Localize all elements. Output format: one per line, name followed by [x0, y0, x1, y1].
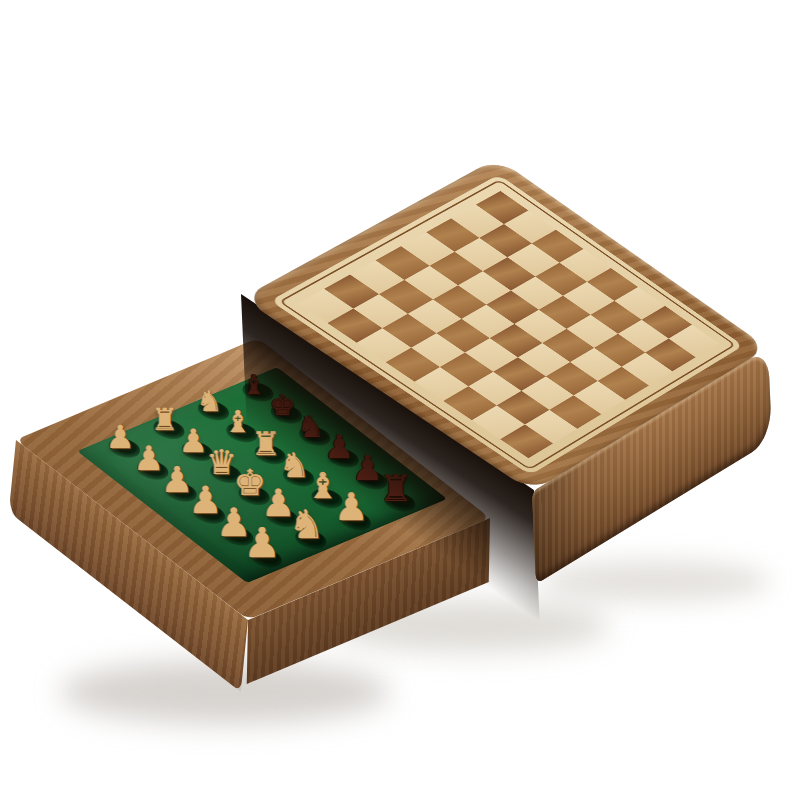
light-queen-piece: ♛	[206, 445, 237, 479]
light-pawn-piece: ♟	[244, 522, 281, 563]
ground-shadow	[540, 560, 770, 602]
light-pawn-piece: ♟	[134, 442, 164, 476]
light-pawn-piece: ♟	[106, 422, 135, 454]
product-photo-wooden-chess-drawer-box: ♝♚♞♟♟♜♞♝♜♞♝♟♜♟♛♚♟♞♟♟♟♟♟♟	[0, 0, 800, 800]
light-knight-piece: ♞	[289, 505, 325, 545]
light-knight-piece: ♞	[197, 388, 223, 417]
light-rook-piece: ♜	[151, 405, 178, 435]
light-pawn-piece: ♟	[179, 425, 208, 457]
